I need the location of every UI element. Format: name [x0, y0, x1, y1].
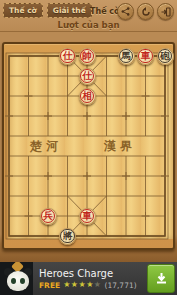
xiangqi-puzzle-app: Thế cờ Giải thế Thế cờ 1 [0, 0, 177, 295]
undo-icon [141, 7, 151, 17]
share-icon [121, 7, 130, 16]
ad-banner[interactable]: Heroes Charge FREE ★★★★★ (17,771) [0, 262, 177, 295]
piece-black-cannon[interactable]: 砲 [157, 48, 174, 65]
ad-rating-stars: ★★★★★ [63, 281, 101, 289]
piece-black-horse[interactable]: 馬 [118, 48, 135, 65]
piece-black-general[interactable]: 將 [59, 228, 76, 245]
header-buttons [117, 3, 174, 20]
piece-red-elephant[interactable]: 相 [79, 88, 96, 105]
exit-button[interactable] [157, 3, 174, 20]
ad-price: FREE [39, 281, 60, 290]
piece-red-chariot[interactable]: 車 [79, 208, 96, 225]
download-icon [155, 272, 168, 285]
download-button[interactable] [147, 264, 175, 293]
exit-icon [161, 7, 171, 17]
ad-text-block: Heroes Charge FREE ★★★★★ (17,771) [33, 268, 147, 290]
share-button[interactable] [117, 3, 134, 20]
ad-app-name[interactable]: Heroes Charge [39, 268, 147, 280]
piece-red-advisor[interactable]: 仕 [59, 48, 76, 65]
tab-giai-the[interactable]: Giải thế [47, 3, 92, 18]
turn-indicator: Lượt của bạn [0, 20, 177, 30]
piece-red-advisor[interactable]: 仕 [79, 68, 96, 85]
tab-bar: Thế cờ Giải thế [3, 3, 92, 18]
ad-rating-count: (17,771) [105, 281, 137, 290]
ad-app-icon[interactable] [0, 262, 33, 295]
piece-red-chariot[interactable]: 車 [137, 48, 154, 65]
piece-red-general[interactable]: 帥 [79, 48, 96, 65]
piece-red-soldier[interactable]: 兵 [40, 208, 57, 225]
board-area: 楚河 漢界 仕帥馬車砲仕相兵車將 [0, 32, 177, 262]
undo-button[interactable] [137, 3, 154, 20]
tab-the-co[interactable]: Thế cờ [3, 3, 43, 18]
header-bar: Thế cờ Giải thế Thế cờ 1 [0, 0, 177, 32]
pieces-layer[interactable]: 仕帥馬車砲仕相兵車將 [0, 46, 175, 246]
